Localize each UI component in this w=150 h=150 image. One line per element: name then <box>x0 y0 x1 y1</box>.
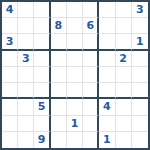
cell-r8c2[interactable] <box>18 116 34 132</box>
cell-r7c3[interactable]: 5 <box>34 99 50 115</box>
cell-r3c6[interactable] <box>83 34 99 50</box>
cell-r7c2[interactable] <box>18 99 34 115</box>
cell-r6c8[interactable] <box>116 83 132 99</box>
cell-r6c7[interactable] <box>99 83 115 99</box>
cell-r6c5[interactable] <box>67 83 83 99</box>
cell-r7c5[interactable] <box>67 99 83 115</box>
cell-r5c8[interactable] <box>116 67 132 83</box>
cell-r9c7[interactable]: 1 <box>99 132 115 148</box>
cell-r1c4[interactable] <box>51 2 67 18</box>
cell-r9c3[interactable]: 9 <box>34 132 50 148</box>
cell-r1c8[interactable] <box>116 2 132 18</box>
sudoku-board: 4386313254191 <box>0 0 150 150</box>
cell-r7c4[interactable] <box>51 99 67 115</box>
cell-r8c3[interactable] <box>34 116 50 132</box>
cell-r6c2[interactable] <box>18 83 34 99</box>
cell-r3c4[interactable] <box>51 34 67 50</box>
cell-r1c5[interactable] <box>67 2 83 18</box>
cell-r8c4[interactable] <box>51 116 67 132</box>
cell-r2c7[interactable] <box>99 18 115 34</box>
cell-r1c6[interactable] <box>83 2 99 18</box>
cell-r3c3[interactable] <box>34 34 50 50</box>
cell-r4c6[interactable] <box>83 51 99 67</box>
cell-r4c1[interactable] <box>2 51 18 67</box>
cell-r6c3[interactable] <box>34 83 50 99</box>
cell-r2c9[interactable] <box>132 18 148 34</box>
cell-r8c5[interactable]: 1 <box>67 116 83 132</box>
cell-r9c6[interactable] <box>83 132 99 148</box>
cell-r4c4[interactable] <box>51 51 67 67</box>
cell-r1c9[interactable]: 3 <box>132 2 148 18</box>
cell-r5c4[interactable] <box>51 67 67 83</box>
cell-r2c5[interactable] <box>67 18 83 34</box>
cell-r9c5[interactable] <box>67 132 83 148</box>
cell-r2c4[interactable]: 8 <box>51 18 67 34</box>
cell-r6c1[interactable] <box>2 83 18 99</box>
cell-r9c4[interactable] <box>51 132 67 148</box>
cell-r4c7[interactable] <box>99 51 115 67</box>
cell-r1c1[interactable]: 4 <box>2 2 18 18</box>
cell-r3c2[interactable] <box>18 34 34 50</box>
cell-r1c3[interactable] <box>34 2 50 18</box>
cell-r2c6[interactable]: 6 <box>83 18 99 34</box>
cell-r8c6[interactable] <box>83 116 99 132</box>
cell-r8c7[interactable] <box>99 116 115 132</box>
cell-r4c9[interactable] <box>132 51 148 67</box>
cell-r5c1[interactable] <box>2 67 18 83</box>
cell-r3c5[interactable] <box>67 34 83 50</box>
cell-r4c5[interactable] <box>67 51 83 67</box>
cell-r1c2[interactable] <box>18 2 34 18</box>
cell-r6c4[interactable] <box>51 83 67 99</box>
cell-r1c7[interactable] <box>99 2 115 18</box>
cell-r8c8[interactable] <box>116 116 132 132</box>
cell-r5c9[interactable] <box>132 67 148 83</box>
cell-r4c3[interactable] <box>34 51 50 67</box>
cell-r3c1[interactable]: 3 <box>2 34 18 50</box>
cell-r5c2[interactable] <box>18 67 34 83</box>
cell-r9c8[interactable] <box>116 132 132 148</box>
cell-r7c8[interactable] <box>116 99 132 115</box>
cell-r8c9[interactable] <box>132 116 148 132</box>
cell-r3c7[interactable] <box>99 34 115 50</box>
cell-r6c6[interactable] <box>83 83 99 99</box>
cell-r5c6[interactable] <box>83 67 99 83</box>
cell-r8c1[interactable] <box>2 116 18 132</box>
cell-r7c9[interactable] <box>132 99 148 115</box>
cell-r2c1[interactable] <box>2 18 18 34</box>
cell-r7c7[interactable]: 4 <box>99 99 115 115</box>
cell-r5c7[interactable] <box>99 67 115 83</box>
cell-r4c8[interactable]: 2 <box>116 51 132 67</box>
cell-r7c6[interactable] <box>83 99 99 115</box>
cell-r5c3[interactable] <box>34 67 50 83</box>
cell-r6c9[interactable] <box>132 83 148 99</box>
cell-r7c1[interactable] <box>2 99 18 115</box>
cell-r2c2[interactable] <box>18 18 34 34</box>
cell-r4c2[interactable]: 3 <box>18 51 34 67</box>
cell-r9c1[interactable] <box>2 132 18 148</box>
cell-r9c9[interactable] <box>132 132 148 148</box>
cell-r2c8[interactable] <box>116 18 132 34</box>
cell-r9c2[interactable] <box>18 132 34 148</box>
cell-r2c3[interactable] <box>34 18 50 34</box>
cell-r3c8[interactable] <box>116 34 132 50</box>
cell-r3c9[interactable]: 1 <box>132 34 148 50</box>
cell-r5c5[interactable] <box>67 67 83 83</box>
